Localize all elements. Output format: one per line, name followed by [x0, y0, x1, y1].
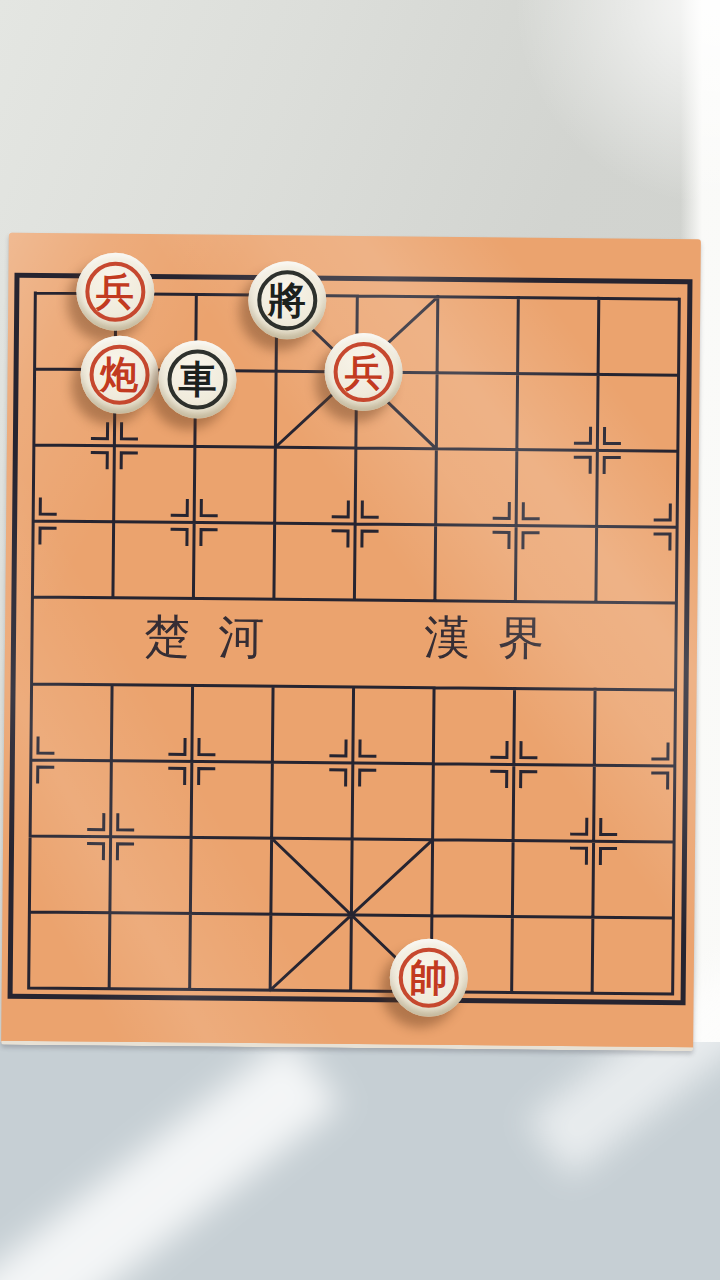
red-soldier-b1[interactable]: 兵 [75, 252, 154, 331]
black-general[interactable]: 將 [247, 261, 326, 340]
piece-character: 炮 [100, 356, 138, 394]
piece-character: 兵 [96, 273, 134, 311]
piece-character: 帥 [409, 959, 447, 997]
red-soldier-e2[interactable]: 兵 [324, 333, 403, 412]
red-general[interactable]: 帥 [389, 938, 468, 1017]
red-cannon[interactable]: 炮 [80, 335, 159, 414]
piece-character: 車 [178, 360, 216, 398]
piece-character: 將 [268, 281, 306, 319]
xiangqi-board: 楚河 漢界 兵將炮車兵帥 [1, 233, 701, 1052]
black-chariot[interactable]: 車 [158, 340, 237, 419]
pieces-layer: 兵將炮車兵帥 [1, 233, 701, 1048]
piece-character: 兵 [344, 353, 382, 391]
photo-scene: 楚河 漢界 兵將炮車兵帥 [0, 0, 720, 1280]
